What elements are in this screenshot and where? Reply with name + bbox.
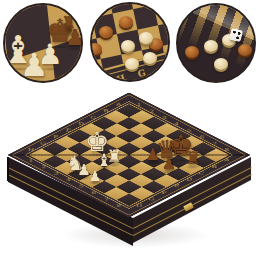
cream-checker-disc	[204, 40, 218, 52]
brown-checker-disc	[119, 16, 133, 28]
cream-checker-disc	[143, 52, 157, 64]
cream-checker-disc	[121, 40, 135, 52]
inset-backgammon-closeup	[176, 3, 256, 83]
inset-checkers-closeup: H G	[90, 2, 170, 82]
file-label: G	[137, 67, 147, 79]
chessboard-closeup-squares	[3, 3, 83, 83]
inset-chess-closeup: ♝♟♟♚♟♜	[3, 3, 83, 83]
brown-checker-disc	[238, 44, 252, 56]
cream-checker-disc	[125, 58, 139, 70]
brown-checker-disc	[185, 46, 199, 58]
main-board-scene: ABCDEFGH ABCDEFGH 12345678 12345678 ♞♟♚♝…	[0, 85, 260, 260]
brown-checker-disc	[99, 26, 113, 38]
cream-checker-disc	[214, 58, 228, 70]
cream-checker-disc	[139, 32, 153, 44]
product-photo: ♝♟♟♚♟♜ H G ABCDEFGH ABCDEFGH	[0, 0, 260, 260]
hinge-gap	[7, 157, 9, 181]
file-label: H	[115, 73, 126, 82]
